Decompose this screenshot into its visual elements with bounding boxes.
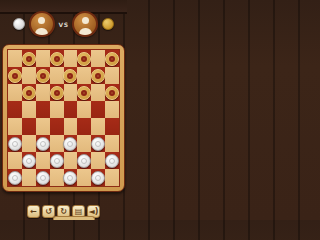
board-square[interactable]: [64, 135, 78, 152]
red-checker-piece[interactable]: [22, 86, 36, 100]
board-square[interactable]: [22, 118, 36, 135]
board-square[interactable]: [77, 118, 91, 135]
white-checker-piece[interactable]: [50, 154, 64, 168]
red-checker-piece[interactable]: [77, 52, 91, 66]
board-square: [105, 101, 119, 118]
menu-square-icon: ▤: [73, 206, 84, 217]
board-square: [77, 169, 91, 186]
white-checker-piece[interactable]: [36, 171, 50, 185]
board-square[interactable]: [105, 118, 119, 135]
board-square[interactable]: [64, 101, 78, 118]
piece-ring: [67, 141, 73, 147]
board-square[interactable]: [105, 50, 119, 67]
board-square: [22, 101, 36, 118]
board-square: [91, 50, 105, 67]
board-square[interactable]: [50, 118, 64, 135]
piece-ring: [95, 175, 101, 181]
board-square: [50, 101, 64, 118]
board-square[interactable]: [91, 135, 105, 152]
red-checker-piece[interactable]: [36, 69, 50, 83]
board-grid: [8, 50, 119, 186]
piece-ring: [81, 56, 87, 62]
red-checker-piece[interactable]: [91, 69, 105, 83]
board-square: [105, 135, 119, 152]
speaker-icon: ◄): [88, 206, 99, 217]
board-square: [8, 50, 22, 67]
piece-ring: [67, 175, 73, 181]
piece-ring: [12, 73, 18, 79]
red-checker-piece[interactable]: [77, 86, 91, 100]
piece-ring: [109, 56, 115, 62]
red-checker-piece[interactable]: [8, 69, 22, 83]
right-player-avatar[interactable]: [72, 11, 98, 37]
board-square[interactable]: [91, 101, 105, 118]
board-square[interactable]: [36, 135, 50, 152]
board-square: [36, 152, 50, 169]
board-square[interactable]: [77, 84, 91, 101]
white-checker-piece[interactable]: [77, 154, 91, 168]
board-square: [105, 67, 119, 84]
white-checker-piece[interactable]: [91, 171, 105, 185]
board-square: [36, 50, 50, 67]
red-checker-piece[interactable]: [50, 52, 64, 66]
board-square[interactable]: [50, 152, 64, 169]
board-square[interactable]: [8, 67, 22, 84]
board-square: [77, 135, 91, 152]
board-square: [64, 50, 78, 67]
board-square[interactable]: [8, 101, 22, 118]
piece-ring: [40, 175, 46, 181]
board-square: [50, 67, 64, 84]
board-square[interactable]: [22, 152, 36, 169]
red-checker-piece[interactable]: [22, 52, 36, 66]
person-icon: [35, 28, 48, 37]
white-checker-piece[interactable]: [105, 154, 119, 168]
board-square: [22, 67, 36, 84]
board-square: [8, 152, 22, 169]
back-button[interactable]: ←: [27, 205, 40, 218]
white-piece-indicator: [13, 18, 25, 30]
players-header: VS: [0, 10, 127, 38]
board-square: [50, 135, 64, 152]
board-square[interactable]: [36, 67, 50, 84]
board-square: [22, 135, 36, 152]
person-icon: [79, 28, 92, 37]
board-square: [77, 67, 91, 84]
white-checker-piece[interactable]: [8, 137, 22, 151]
gold-piece-indicator: [102, 18, 114, 30]
piece-ring: [54, 90, 60, 96]
piece-ring: [26, 158, 32, 164]
board-square[interactable]: [91, 169, 105, 186]
piece-ring: [67, 73, 73, 79]
piece-ring: [26, 90, 32, 96]
checkers-board: [2, 44, 125, 192]
piece-ring: [54, 158, 60, 164]
board-square[interactable]: [77, 152, 91, 169]
piece-ring: [40, 141, 46, 147]
person-icon: [82, 17, 89, 24]
red-checker-piece[interactable]: [63, 69, 77, 83]
board-square: [36, 118, 50, 135]
piece-ring: [12, 141, 18, 147]
board-square[interactable]: [91, 67, 105, 84]
left-arrow-icon: ←: [28, 206, 39, 217]
board-square: [105, 169, 119, 186]
board-square[interactable]: [64, 67, 78, 84]
board-square[interactable]: [64, 169, 78, 186]
piece-ring: [40, 73, 46, 79]
board-square: [50, 169, 64, 186]
board-square[interactable]: [36, 169, 50, 186]
board-square[interactable]: [105, 84, 119, 101]
person-icon: [38, 17, 45, 24]
board-square: [22, 169, 36, 186]
white-checker-piece[interactable]: [63, 137, 77, 151]
board-square: [91, 118, 105, 135]
board-square: [91, 152, 105, 169]
board-square: [64, 152, 78, 169]
board-square: [64, 118, 78, 135]
undo-arrow-icon: ↺: [43, 206, 54, 217]
white-checker-piece[interactable]: [8, 171, 22, 185]
piece-ring: [12, 175, 18, 181]
board-square: [77, 101, 91, 118]
piece-ring: [109, 158, 115, 164]
board-square[interactable]: [8, 169, 22, 186]
white-checker-piece[interactable]: [36, 137, 50, 151]
piece-ring: [95, 141, 101, 147]
board-square: [8, 118, 22, 135]
piece-ring: [26, 56, 32, 62]
white-checker-piece[interactable]: [22, 154, 36, 168]
piece-ring: [81, 158, 87, 164]
vs-label: VS: [59, 21, 69, 28]
piece-ring: [54, 56, 60, 62]
bottom-banner-sliver: [53, 216, 95, 220]
board-square[interactable]: [105, 152, 119, 169]
left-player-avatar[interactable]: [29, 11, 55, 37]
board-square: [64, 84, 78, 101]
board-square[interactable]: [22, 84, 36, 101]
board-square: [36, 84, 50, 101]
red-checker-piece[interactable]: [105, 52, 119, 66]
red-checker-piece[interactable]: [50, 86, 64, 100]
restart-loop-icon: ↻: [58, 206, 69, 217]
white-checker-piece[interactable]: [91, 137, 105, 151]
board-square[interactable]: [50, 84, 64, 101]
piece-ring: [109, 90, 115, 96]
piece-ring: [81, 90, 87, 96]
piece-ring: [95, 73, 101, 79]
board-square[interactable]: [50, 50, 64, 67]
red-checker-piece[interactable]: [105, 86, 119, 100]
white-checker-piece[interactable]: [63, 171, 77, 185]
board-square[interactable]: [22, 50, 36, 67]
board-square[interactable]: [8, 135, 22, 152]
board-square[interactable]: [77, 50, 91, 67]
board-square: [8, 84, 22, 101]
board-square[interactable]: [36, 101, 50, 118]
board-square: [91, 84, 105, 101]
